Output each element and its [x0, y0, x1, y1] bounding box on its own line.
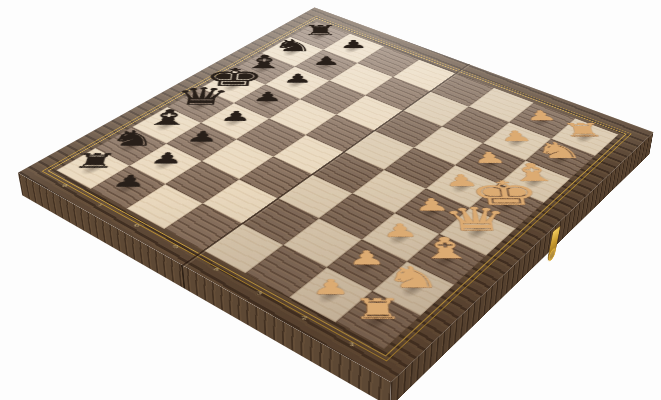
piece-white-pawn-h2[interactable]: ♟ — [520, 107, 561, 121]
piece-black-bishop-c8[interactable]: ♝ — [148, 104, 190, 125]
piece-black-pawn-c7[interactable]: ♟ — [182, 127, 223, 141]
piece-black-pawn-g7[interactable]: ♟ — [309, 53, 344, 65]
photo-scene: ABCDEFGH12345678 ♜♞♝♛♚♝♞♜♟♟♟♟♟♟♟♟♟♟♟♟♟♟♟… — [0, 0, 661, 400]
fold-seam-edge — [181, 264, 185, 289]
piece-black-pawn-h7[interactable]: ♟ — [337, 37, 371, 48]
board-surface: ABCDEFGH12345678 ♜♞♝♛♚♝♞♜♟♟♟♟♟♟♟♟♟♟♟♟♟♟♟… — [18, 8, 654, 383]
piece-black-queen-d8[interactable]: ♛ — [182, 82, 223, 106]
piece-black-pawn-f7[interactable]: ♟ — [280, 70, 316, 82]
piece-black-rook-h8[interactable]: ♜ — [304, 22, 337, 36]
piece-black-knight-b8[interactable]: ♞ — [112, 125, 156, 146]
piece-black-knight-g8[interactable]: ♞ — [276, 35, 311, 51]
piece-black-pawn-e7[interactable]: ♟ — [249, 88, 286, 101]
chess-set-photo: ABCDEFGH12345678 ♜♞♝♛♚♝♞♜♟♟♟♟♟♟♟♟♟♟♟♟♟♟♟… — [0, 0, 661, 400]
piece-white-rook-h1[interactable]: ♜ — [561, 118, 605, 136]
piece-black-pawn-d7[interactable]: ♟ — [216, 107, 255, 121]
folding-chess-board: ABCDEFGH12345678 ♜♞♝♛♚♝♞♜♟♟♟♟♟♟♟♟♟♟♟♟♟♟♟… — [18, 8, 654, 383]
brass-clasp — [547, 225, 561, 262]
piece-white-knight-g1[interactable]: ♞ — [535, 137, 580, 159]
